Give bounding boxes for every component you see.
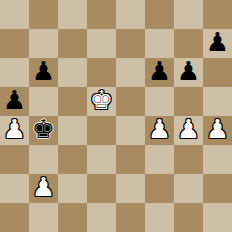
square-h4[interactable]: ♟	[203, 116, 232, 145]
square-b6[interactable]: ♟	[29, 58, 58, 87]
square-e5[interactable]	[116, 87, 145, 116]
square-h7[interactable]: ♟	[203, 29, 232, 58]
square-f7[interactable]	[145, 29, 174, 58]
square-d1[interactable]	[87, 203, 116, 232]
square-b8[interactable]	[29, 0, 58, 29]
square-h8[interactable]	[203, 0, 232, 29]
black-pawn[interactable]: ♟	[3, 87, 26, 115]
square-h5[interactable]	[203, 87, 232, 116]
white-king[interactable]: ♚	[90, 87, 113, 115]
square-b5[interactable]	[29, 87, 58, 116]
square-e1[interactable]	[116, 203, 145, 232]
square-a8[interactable]	[0, 0, 29, 29]
square-d7[interactable]	[87, 29, 116, 58]
square-d4[interactable]	[87, 116, 116, 145]
square-g5[interactable]	[174, 87, 203, 116]
square-b2[interactable]: ♟	[29, 174, 58, 203]
square-c6[interactable]	[58, 58, 87, 87]
square-f3[interactable]	[145, 145, 174, 174]
square-h1[interactable]	[203, 203, 232, 232]
square-e6[interactable]	[116, 58, 145, 87]
square-a7[interactable]	[0, 29, 29, 58]
square-a6[interactable]	[0, 58, 29, 87]
square-e2[interactable]	[116, 174, 145, 203]
square-d2[interactable]	[87, 174, 116, 203]
square-c2[interactable]	[58, 174, 87, 203]
square-h3[interactable]	[203, 145, 232, 174]
square-f2[interactable]	[145, 174, 174, 203]
square-e3[interactable]	[116, 145, 145, 174]
square-d8[interactable]	[87, 0, 116, 29]
square-c1[interactable]	[58, 203, 87, 232]
square-c8[interactable]	[58, 0, 87, 29]
square-b4[interactable]: ♚	[29, 116, 58, 145]
white-pawn[interactable]: ♟	[3, 116, 26, 144]
square-h2[interactable]	[203, 174, 232, 203]
square-a5[interactable]: ♟	[0, 87, 29, 116]
black-pawn[interactable]: ♟	[177, 58, 200, 86]
square-e4[interactable]	[116, 116, 145, 145]
white-pawn[interactable]: ♟	[32, 174, 55, 202]
square-f5[interactable]	[145, 87, 174, 116]
black-pawn[interactable]: ♟	[32, 58, 55, 86]
square-g7[interactable]	[174, 29, 203, 58]
square-e8[interactable]	[116, 0, 145, 29]
square-c4[interactable]	[58, 116, 87, 145]
square-f6[interactable]: ♟	[145, 58, 174, 87]
square-g2[interactable]	[174, 174, 203, 203]
square-d5[interactable]: ♚	[87, 87, 116, 116]
square-a2[interactable]	[0, 174, 29, 203]
square-b1[interactable]	[29, 203, 58, 232]
square-g4[interactable]: ♟	[174, 116, 203, 145]
black-king[interactable]: ♚	[32, 116, 55, 144]
square-e7[interactable]	[116, 29, 145, 58]
square-f1[interactable]	[145, 203, 174, 232]
white-pawn[interactable]: ♟	[206, 116, 229, 144]
square-d3[interactable]	[87, 145, 116, 174]
square-a1[interactable]	[0, 203, 29, 232]
chess-board: ♟♟♟♟♟♚♟♚♟♟♟♟	[0, 0, 232, 232]
square-a4[interactable]: ♟	[0, 116, 29, 145]
square-g6[interactable]: ♟	[174, 58, 203, 87]
black-pawn[interactable]: ♟	[206, 29, 229, 57]
square-c3[interactable]	[58, 145, 87, 174]
square-f4[interactable]: ♟	[145, 116, 174, 145]
square-c5[interactable]	[58, 87, 87, 116]
square-c7[interactable]	[58, 29, 87, 58]
square-g3[interactable]	[174, 145, 203, 174]
white-pawn[interactable]: ♟	[177, 116, 200, 144]
square-g1[interactable]	[174, 203, 203, 232]
square-a3[interactable]	[0, 145, 29, 174]
square-f8[interactable]	[145, 0, 174, 29]
square-h6[interactable]	[203, 58, 232, 87]
white-pawn[interactable]: ♟	[148, 116, 171, 144]
square-d6[interactable]	[87, 58, 116, 87]
black-pawn[interactable]: ♟	[148, 58, 171, 86]
square-g8[interactable]	[174, 0, 203, 29]
square-b7[interactable]	[29, 29, 58, 58]
square-b3[interactable]	[29, 145, 58, 174]
